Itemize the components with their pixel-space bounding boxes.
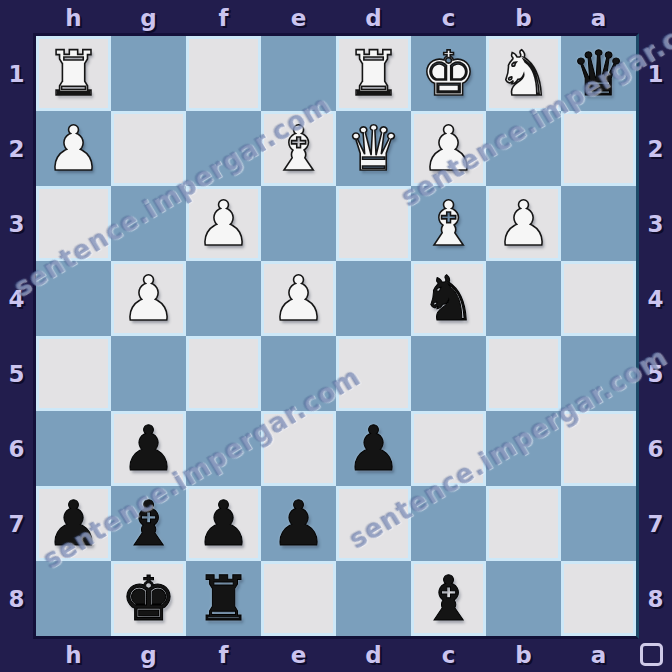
piece-black-pawn: ♟ <box>46 486 102 561</box>
square-d7 <box>336 486 411 561</box>
square-g3 <box>111 186 186 261</box>
square-f3: ♟ <box>186 186 261 261</box>
square-f7: ♟ <box>186 486 261 561</box>
square-a4 <box>561 261 636 336</box>
file-label-g: g <box>111 3 186 33</box>
piece-black-knight: ♞ <box>421 261 477 336</box>
square-b8 <box>486 561 561 636</box>
rank-label-3: 3 <box>639 186 672 261</box>
chess-board: ♜♜♚♞♛♟♝♛♟♟♝♟♟♟♞♟♟♟♝♟♟♚♜♝ <box>33 33 639 639</box>
square-a5 <box>561 336 636 411</box>
square-f2 <box>186 111 261 186</box>
square-g5 <box>111 336 186 411</box>
file-label-b: b <box>486 3 561 33</box>
square-b1: ♞ <box>486 36 561 111</box>
square-e8 <box>261 561 336 636</box>
rank-label-5: 5 <box>0 336 33 411</box>
piece-white-rook: ♜ <box>346 36 402 111</box>
square-c4: ♞ <box>411 261 486 336</box>
file-label-d: d <box>336 640 411 670</box>
square-f6 <box>186 411 261 486</box>
piece-white-pawn: ♟ <box>121 261 177 336</box>
square-c8: ♝ <box>411 561 486 636</box>
file-label-g: g <box>111 640 186 670</box>
file-label-f: f <box>186 3 261 33</box>
square-b2 <box>486 111 561 186</box>
piece-black-king: ♚ <box>121 561 177 636</box>
square-f8: ♜ <box>186 561 261 636</box>
rank-label-5: 5 <box>639 336 672 411</box>
piece-white-pawn: ♟ <box>421 111 477 186</box>
rank-label-3: 3 <box>0 186 33 261</box>
square-c6 <box>411 411 486 486</box>
square-d2: ♛ <box>336 111 411 186</box>
chess-diagram: hgfedcba hgfedcba 12345678 12345678 ♜♜♚♞… <box>0 0 672 672</box>
square-e3 <box>261 186 336 261</box>
square-e7: ♟ <box>261 486 336 561</box>
square-f5 <box>186 336 261 411</box>
rank-label-1: 1 <box>639 36 672 111</box>
piece-white-bishop: ♝ <box>421 186 477 261</box>
piece-black-pawn: ♟ <box>346 411 402 486</box>
square-c7 <box>411 486 486 561</box>
rank-labels-left: 12345678 <box>0 36 33 636</box>
square-h1: ♜ <box>36 36 111 111</box>
square-a2 <box>561 111 636 186</box>
square-c3: ♝ <box>411 186 486 261</box>
file-label-e: e <box>261 640 336 670</box>
rank-label-8: 8 <box>0 561 33 636</box>
file-label-f: f <box>186 640 261 670</box>
piece-black-bishop: ♝ <box>121 486 177 561</box>
piece-white-queen: ♛ <box>346 111 402 186</box>
file-label-c: c <box>411 640 486 670</box>
square-h3 <box>36 186 111 261</box>
square-e5 <box>261 336 336 411</box>
file-label-h: h <box>36 640 111 670</box>
piece-white-pawn: ♟ <box>46 111 102 186</box>
piece-black-pawn: ♟ <box>196 486 252 561</box>
square-f4 <box>186 261 261 336</box>
square-h2: ♟ <box>36 111 111 186</box>
rounded-square-logo-icon <box>640 643 663 666</box>
square-d8 <box>336 561 411 636</box>
square-b6 <box>486 411 561 486</box>
file-label-e: e <box>261 3 336 33</box>
square-h4 <box>36 261 111 336</box>
file-label-d: d <box>336 3 411 33</box>
square-d3 <box>336 186 411 261</box>
piece-black-queen: ♛ <box>571 36 627 111</box>
rank-label-6: 6 <box>639 411 672 486</box>
square-d1: ♜ <box>336 36 411 111</box>
file-label-a: a <box>561 640 636 670</box>
square-a6 <box>561 411 636 486</box>
rank-label-7: 7 <box>0 486 33 561</box>
piece-white-king: ♚ <box>421 36 477 111</box>
square-e6 <box>261 411 336 486</box>
square-a7 <box>561 486 636 561</box>
piece-white-pawn: ♟ <box>196 186 252 261</box>
square-b3: ♟ <box>486 186 561 261</box>
square-f1 <box>186 36 261 111</box>
file-labels-top: hgfedcba <box>36 3 636 33</box>
rank-label-7: 7 <box>639 486 672 561</box>
piece-black-rook: ♜ <box>196 561 252 636</box>
piece-white-pawn: ♟ <box>271 261 327 336</box>
square-d5 <box>336 336 411 411</box>
piece-white-rook: ♜ <box>46 36 102 111</box>
square-d6: ♟ <box>336 411 411 486</box>
rank-label-2: 2 <box>0 111 33 186</box>
piece-white-pawn: ♟ <box>496 186 552 261</box>
square-c2: ♟ <box>411 111 486 186</box>
piece-black-bishop: ♝ <box>421 561 477 636</box>
square-b7 <box>486 486 561 561</box>
square-h8 <box>36 561 111 636</box>
file-label-a: a <box>561 3 636 33</box>
rank-label-1: 1 <box>0 36 33 111</box>
piece-black-pawn: ♟ <box>271 486 327 561</box>
file-label-c: c <box>411 3 486 33</box>
rank-labels-right: 12345678 <box>639 36 672 636</box>
square-e1 <box>261 36 336 111</box>
rank-label-4: 4 <box>0 261 33 336</box>
square-b4 <box>486 261 561 336</box>
square-b5 <box>486 336 561 411</box>
rank-label-2: 2 <box>639 111 672 186</box>
square-a3 <box>561 186 636 261</box>
square-g4: ♟ <box>111 261 186 336</box>
square-g7: ♝ <box>111 486 186 561</box>
square-h7: ♟ <box>36 486 111 561</box>
piece-black-pawn: ♟ <box>121 411 177 486</box>
square-h5 <box>36 336 111 411</box>
file-label-b: b <box>486 640 561 670</box>
square-c5 <box>411 336 486 411</box>
square-g2 <box>111 111 186 186</box>
square-e4: ♟ <box>261 261 336 336</box>
square-e2: ♝ <box>261 111 336 186</box>
rank-label-4: 4 <box>639 261 672 336</box>
square-h6 <box>36 411 111 486</box>
square-g1 <box>111 36 186 111</box>
square-g8: ♚ <box>111 561 186 636</box>
file-label-h: h <box>36 3 111 33</box>
piece-white-knight: ♞ <box>496 36 552 111</box>
piece-white-bishop: ♝ <box>271 111 327 186</box>
square-a1: ♛ <box>561 36 636 111</box>
rank-label-8: 8 <box>639 561 672 636</box>
square-c1: ♚ <box>411 36 486 111</box>
rank-label-6: 6 <box>0 411 33 486</box>
file-labels-bottom: hgfedcba <box>36 640 636 670</box>
square-a8 <box>561 561 636 636</box>
square-g6: ♟ <box>111 411 186 486</box>
square-d4 <box>336 261 411 336</box>
